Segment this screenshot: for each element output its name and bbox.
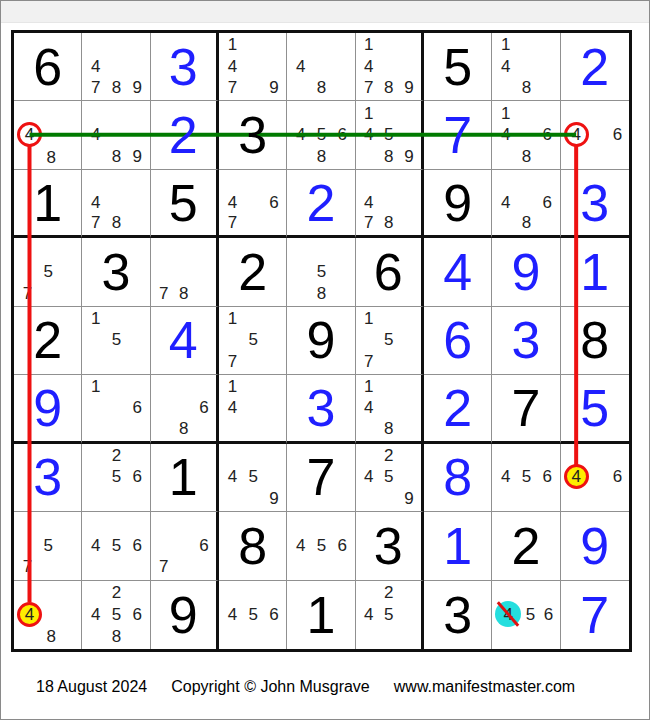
pencil-marks: 24568 [85,582,147,647]
given-digit: 5 [424,33,491,100]
candidate-8: 8 [379,418,399,439]
pencil-marks: 467 [222,171,284,233]
cell-r1c8[interactable]: 148 [492,33,560,101]
cell-r4c1[interactable]: 57 [14,238,82,306]
titlebar-strip [1,1,649,23]
pencil-marks: 14589 [359,102,419,166]
cell-r6c5[interactable]: 3 [287,375,355,443]
candidate-7: 7 [154,282,174,303]
candidate-4: 4 [85,535,106,556]
cell-r7c5[interactable]: 7 [287,444,355,512]
cell-r2c5[interactable]: 4568 [287,101,355,169]
pencil-marks: 16 [85,376,147,438]
pencil-marks: 4789 [85,34,147,98]
cell-r8c1[interactable]: 57 [14,512,82,580]
solved-digit: 2 [561,33,629,100]
solved-digit: 4 [424,238,491,305]
candidate-5: 5 [379,329,399,350]
given-digit: 1 [151,444,216,511]
solved-digit: 9 [492,238,559,305]
given-digit: 8 [561,307,629,374]
pencil-marks: 48 [17,582,79,647]
pencil-marks: 1479 [222,34,284,98]
candidate-9: 9 [399,145,419,166]
cell-r2c6[interactable]: 14589 [356,101,424,169]
candidate-6: 6 [127,397,148,418]
pencil-marks: 148 [359,376,419,438]
given-digit: 3 [82,238,149,305]
candidate-4-yellow-highlight: 4 [564,464,589,489]
solved-digit: 1 [424,512,491,579]
given-digit: 3 [356,512,421,579]
candidate-4: 4 [359,466,379,487]
candidate-2: 2 [106,445,127,466]
cell-r3c1[interactable]: 1 [14,170,82,238]
candidate-4: 4 [359,603,379,625]
candidate-1: 1 [359,308,379,329]
candidate-8: 8 [379,213,399,234]
cell-r2c1[interactable]: 48 [14,101,82,169]
candidate-8: 8 [516,145,537,166]
candidate-6: 6 [537,192,558,213]
candidate-5: 5 [106,466,127,487]
candidate-8: 8 [379,145,399,166]
candidate-4-red-circled: 4 [564,122,589,147]
candidate-6: 6 [539,601,557,627]
given-digit: 2 [219,238,286,305]
candidate-4-yellow-highlight: 4 [17,602,42,627]
candidate-1: 1 [222,34,243,55]
cell-r4c2[interactable]: 3 [82,238,150,306]
given-digit: 8 [219,512,286,579]
sudoku-board: 6478931479481478951482484892345681458971… [11,30,632,652]
cell-r8c4[interactable]: 8 [219,512,287,580]
cell-r6c2[interactable]: 16 [82,375,150,443]
cell-r9c3[interactable]: 9 [151,581,219,649]
candidate-7: 7 [222,351,243,372]
cell-r1c9[interactable]: 2 [561,33,629,101]
solved-digit: 2 [424,375,491,440]
candidate-4-eliminated: 4 [495,601,521,627]
candidate-4: 4 [222,397,243,418]
cell-r5c5[interactable]: 9 [287,307,355,375]
candidate-5: 5 [311,535,332,556]
candidate-6: 6 [537,124,558,145]
candidate-7: 7 [359,351,379,372]
pencil-marks: 456 [495,582,557,647]
cell-r6c7[interactable]: 2 [424,375,492,443]
solved-digit: 7 [561,581,629,649]
cell-r7c4[interactable]: 459 [219,444,287,512]
cell-r1c2[interactable]: 4789 [82,33,150,101]
candidate-8: 8 [311,145,332,166]
candidate-7: 7 [85,77,106,98]
cell-r6c3[interactable]: 68 [151,375,219,443]
candidate-8: 8 [516,213,537,234]
solved-digit: 3 [14,444,81,511]
candidate-9: 9 [127,77,148,98]
cell-r7c8[interactable]: 456 [492,444,560,512]
cell-r5c8[interactable]: 3 [492,307,560,375]
candidate-1: 1 [359,34,379,55]
pencil-marks: 478 [85,171,147,233]
pencil-marks: 46 [564,445,627,509]
pencil-marks: 2459 [359,445,419,509]
cell-r6c8[interactable]: 7 [492,375,560,443]
pencil-marks: 148 [495,34,557,98]
cell-r6c4[interactable]: 14 [219,375,287,443]
pencil-marks: 78 [154,239,214,303]
given-digit: 9 [287,307,354,374]
solved-digit: 7 [424,101,491,168]
cell-r2c3[interactable]: 2 [151,101,219,169]
candidate-4: 4 [222,466,243,487]
pencil-marks: 456 [85,513,147,577]
candidate-6: 6 [194,535,214,556]
solved-digit: 3 [561,170,629,235]
given-digit: 7 [492,375,559,440]
candidate-4: 4 [495,124,516,145]
candidate-8: 8 [174,282,194,303]
cell-r8c2[interactable]: 456 [82,512,150,580]
candidate-4: 4 [290,124,311,145]
pencil-marks: 459 [222,445,284,509]
window-frame: 6478931479481478951482484892345681458971… [0,0,650,720]
cell-r7c3[interactable]: 1 [151,444,219,512]
candidate-7: 7 [17,556,38,577]
cell-r3c7[interactable]: 9 [424,170,492,238]
candidate-9: 9 [264,488,285,509]
pencil-marks: 245 [359,582,419,647]
cell-r8c9[interactable]: 9 [561,512,629,580]
pencil-marks: 157 [222,308,284,372]
given-digit: 1 [287,581,354,649]
cell-r9c4[interactable]: 456 [219,581,287,649]
candidate-4: 4 [290,535,311,556]
cell-r2c7[interactable]: 7 [424,101,492,169]
cell-r2c9[interactable]: 46 [561,101,629,169]
candidate-5: 5 [243,329,264,350]
pencil-marks: 67 [154,513,214,577]
candidate-1: 1 [495,102,516,123]
footer: 18 August 2024Copyright © John Musgravew… [36,678,599,696]
pencil-marks: 157 [359,308,419,372]
pencil-marks: 48 [17,102,79,166]
cell-r4c4[interactable]: 2 [219,238,287,306]
cell-r5c9[interactable]: 8 [561,307,629,375]
cell-r9c8[interactable]: 456 [492,581,560,649]
candidate-4: 4 [359,192,379,213]
cell-r9c5[interactable]: 1 [287,581,355,649]
candidate-7: 7 [222,213,243,234]
cell-r1c4[interactable]: 1479 [219,33,287,101]
pencil-marks: 15 [85,308,147,372]
solved-digit: 1 [561,238,629,305]
pencil-marks: 456 [290,513,352,577]
cell-r4c7[interactable]: 4 [424,238,492,306]
candidate-5: 5 [379,124,399,145]
candidate-2: 2 [106,582,127,604]
given-digit: 9 [151,581,216,649]
candidate-1: 1 [359,376,379,397]
candidate-4: 4 [85,55,106,76]
candidate-4: 4 [495,466,516,487]
candidate-8: 8 [106,625,127,647]
cell-r8c6[interactable]: 3 [356,512,424,580]
candidate-1: 1 [222,308,243,329]
candidate-5: 5 [521,601,539,627]
solved-digit: 9 [561,512,629,579]
cell-r3c8[interactable]: 468 [492,170,560,238]
pencil-marks: 14789 [359,34,419,98]
candidate-8: 8 [106,145,127,166]
candidate-4: 4 [85,124,106,145]
candidate-6: 6 [127,535,148,556]
candidate-6: 6 [332,535,353,556]
cell-r7c2[interactable]: 256 [82,444,150,512]
cell-r3c2[interactable]: 478 [82,170,150,238]
candidate-8: 8 [311,282,332,303]
cell-r8c5[interactable]: 456 [287,512,355,580]
candidate-7: 7 [17,282,38,303]
candidate-8: 8 [42,147,61,167]
solved-digit: 3 [492,307,559,374]
cell-r9c2[interactable]: 24568 [82,581,150,649]
pencil-marks: 14 [222,376,284,438]
candidate-7: 7 [359,77,379,98]
candidate-5: 5 [106,535,127,556]
cell-r5c6[interactable]: 157 [356,307,424,375]
candidate-1: 1 [85,376,106,397]
candidate-4: 4 [359,397,379,418]
candidate-4: 4 [495,192,516,213]
candidate-2: 2 [379,582,399,604]
cell-r3c5[interactable]: 2 [287,170,355,238]
cell-r9c6[interactable]: 245 [356,581,424,649]
pencil-marks: 57 [17,239,79,303]
candidate-9: 9 [264,77,285,98]
candidate-4: 4 [290,55,311,76]
cell-r1c6[interactable]: 14789 [356,33,424,101]
cell-r7c6[interactable]: 2459 [356,444,424,512]
cell-r5c4[interactable]: 157 [219,307,287,375]
candidate-4: 4 [222,603,243,625]
candidate-4: 4 [495,55,516,76]
candidate-6: 6 [264,603,285,625]
cell-r1c5[interactable]: 48 [287,33,355,101]
candidate-6: 6 [608,464,627,489]
candidate-7: 7 [85,213,106,234]
solved-digit: 8 [424,444,491,511]
candidate-8: 8 [516,77,537,98]
cell-r3c6[interactable]: 478 [356,170,424,238]
given-digit: 6 [356,238,421,305]
cell-r7c9[interactable]: 46 [561,444,629,512]
candidate-8: 8 [42,627,61,647]
candidate-1: 1 [85,308,106,329]
candidate-5: 5 [243,603,264,625]
pencil-marks: 58 [290,239,352,303]
candidate-9: 9 [127,145,148,166]
pencil-marks: 256 [85,445,147,509]
candidate-5: 5 [311,124,332,145]
candidate-6: 6 [264,192,285,213]
cell-r8c3[interactable]: 67 [151,512,219,580]
candidate-8: 8 [311,77,332,98]
candidate-4: 4 [359,124,379,145]
candidate-7: 7 [359,213,379,234]
candidate-5: 5 [516,466,537,487]
given-digit: 1 [14,170,81,235]
candidate-6: 6 [127,466,148,487]
solved-digit: 2 [151,101,216,168]
cell-r2c8[interactable]: 1468 [492,101,560,169]
cell-r5c2[interactable]: 15 [82,307,150,375]
cell-r2c4[interactable]: 3 [219,101,287,169]
solved-digit: 2 [287,170,354,235]
candidate-1: 1 [222,376,243,397]
candidate-1: 1 [495,34,516,55]
cell-r4c6[interactable]: 6 [356,238,424,306]
pencil-marks: 48 [290,34,352,98]
candidate-6: 6 [608,122,627,147]
candidate-6: 6 [194,397,214,418]
candidate-4: 4 [222,192,243,213]
given-digit: 3 [424,581,491,649]
cell-r5c3[interactable]: 4 [151,307,219,375]
pencil-marks: 68 [154,376,214,438]
pencil-marks: 478 [359,171,419,233]
candidate-4-red-circled: 4 [17,122,42,147]
given-digit: 3 [219,101,286,168]
cell-r4c5[interactable]: 58 [287,238,355,306]
candidate-9: 9 [399,488,419,509]
cell-r5c1[interactable]: 2 [14,307,82,375]
cell-r1c7[interactable]: 5 [424,33,492,101]
pencil-marks: 1468 [495,102,557,166]
candidate-7: 7 [154,556,174,577]
pencil-marks: 57 [17,513,79,577]
candidate-8: 8 [174,418,194,439]
candidate-9: 9 [399,77,419,98]
cell-r1c1[interactable]: 6 [14,33,82,101]
candidate-5: 5 [106,329,127,350]
given-digit: 6 [14,33,81,100]
candidate-6: 6 [127,603,148,625]
cell-r9c9[interactable]: 7 [561,581,629,649]
cell-r3c3[interactable]: 5 [151,170,219,238]
candidate-5: 5 [379,466,399,487]
cell-r6c9[interactable]: 5 [561,375,629,443]
candidate-4: 4 [359,55,379,76]
solved-digit: 3 [287,375,354,440]
cell-r9c7[interactable]: 3 [424,581,492,649]
cell-r1c3[interactable]: 3 [151,33,219,101]
solved-digit: 4 [151,307,216,374]
candidate-5: 5 [38,261,59,282]
cell-r6c6[interactable]: 148 [356,375,424,443]
cell-r8c8[interactable]: 2 [492,512,560,580]
given-digit: 7 [287,444,354,511]
candidate-8: 8 [379,77,399,98]
candidate-4: 4 [85,603,106,625]
candidate-6: 6 [537,466,558,487]
candidate-5: 5 [311,261,332,282]
given-digit: 5 [151,170,216,235]
candidate-5: 5 [106,603,127,625]
candidate-5: 5 [243,466,264,487]
candidate-5: 5 [38,535,59,556]
given-digit: 9 [424,170,491,235]
footer-copyright: Copyright © John Musgrave [171,678,370,695]
candidate-8: 8 [106,77,127,98]
solved-digit: 5 [561,375,629,440]
candidate-7: 7 [222,77,243,98]
cell-r8c7[interactable]: 1 [424,512,492,580]
cell-r4c9[interactable]: 1 [561,238,629,306]
pencil-marks: 489 [85,102,147,166]
candidate-5: 5 [379,603,399,625]
cell-r4c3[interactable]: 78 [151,238,219,306]
cell-r6c1[interactable]: 9 [14,375,82,443]
solved-digit: 3 [151,33,216,100]
cell-r7c7[interactable]: 8 [424,444,492,512]
candidate-1: 1 [359,102,379,123]
pencil-marks: 456 [495,445,557,509]
cell-r3c4[interactable]: 467 [219,170,287,238]
given-digit: 2 [492,512,559,579]
pencil-marks: 468 [495,171,557,233]
candidate-4: 4 [222,55,243,76]
cell-r5c7[interactable]: 6 [424,307,492,375]
candidate-6: 6 [332,124,353,145]
candidate-8: 8 [106,213,127,234]
pencil-marks: 456 [222,582,284,647]
candidate-4: 4 [85,192,106,213]
candidate-2: 2 [379,445,399,466]
solved-digit: 9 [14,375,81,440]
cell-r2c2[interactable]: 489 [82,101,150,169]
cell-r3c9[interactable]: 3 [561,170,629,238]
pencil-marks: 46 [564,102,627,166]
footer-date: 18 August 2024 [36,678,147,695]
footer-website: www.manifestmaster.com [394,678,575,695]
cell-r7c1[interactable]: 3 [14,444,82,512]
cell-r9c1[interactable]: 48 [14,581,82,649]
solved-digit: 6 [424,307,491,374]
cell-r4c8[interactable]: 9 [492,238,560,306]
pencil-marks: 4568 [290,102,352,166]
given-digit: 2 [14,307,81,374]
